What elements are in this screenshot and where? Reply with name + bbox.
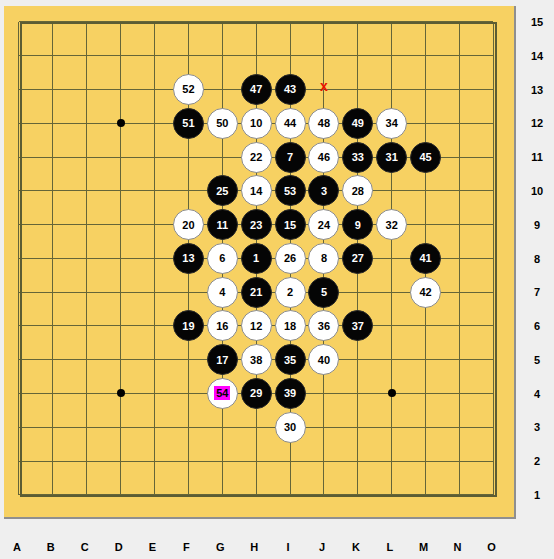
board-intersection-O6[interactable]: [476, 309, 510, 343]
grid-line-vertical: [120, 39, 121, 73]
board-intersection-B8[interactable]: [36, 241, 70, 275]
board-intersection-F11[interactable]: [171, 140, 205, 174]
board-intersection-I9[interactable]: 15: [273, 208, 307, 242]
board-intersection-N8[interactable]: [443, 241, 477, 275]
board-intersection-H11[interactable]: 22: [239, 140, 273, 174]
board-intersection-O5[interactable]: [476, 343, 510, 377]
board-intersection-B10[interactable]: [36, 174, 70, 208]
grid-line-vertical: [188, 174, 189, 208]
grid-line-horizontal: [19, 393, 36, 394]
board-intersection-H13[interactable]: 47: [239, 73, 273, 107]
board-intersection-B11[interactable]: [36, 140, 70, 174]
board-intersection-J13[interactable]: x: [307, 73, 341, 107]
grid-line-vertical: [120, 140, 121, 174]
grid-line-vertical: [52, 478, 53, 495]
board-intersection-J1[interactable]: [307, 478, 341, 512]
grid-line-vertical: [222, 73, 223, 107]
grid-line-vertical: [120, 22, 121, 39]
board-intersection-C11[interactable]: [70, 140, 104, 174]
board-intersection-C1[interactable]: [70, 478, 104, 512]
board-intersection-A7[interactable]: [2, 275, 36, 309]
board-intersection-C6[interactable]: [70, 309, 104, 343]
board-intersection-J10[interactable]: 3: [307, 174, 341, 208]
board-intersection-M8[interactable]: 41: [409, 241, 443, 275]
grid-line-vertical: [459, 140, 460, 174]
board-intersection-C2[interactable]: [70, 444, 104, 478]
col-label-B: B: [34, 537, 68, 557]
board-intersection-G12[interactable]: 50: [205, 106, 239, 140]
board-intersection-C3[interactable]: [70, 410, 104, 444]
board-intersection-O14[interactable]: [476, 39, 510, 73]
board-intersection-A2[interactable]: [2, 444, 36, 478]
black-stone-move-27: 27: [342, 243, 373, 274]
board-intersection-M3[interactable]: [409, 410, 443, 444]
board-intersection-G1[interactable]: [205, 478, 239, 512]
grid-line-vertical: [222, 410, 223, 444]
grid-line-horizontal: [19, 427, 36, 428]
black-stone-move-23: 23: [241, 209, 272, 240]
grid-line-vertical: [86, 343, 87, 377]
board-intersection-I12[interactable]: 44: [273, 106, 307, 140]
board-intersection-G13[interactable]: [205, 73, 239, 107]
board-intersection-K14[interactable]: [341, 39, 375, 73]
grid-line-vertical: [391, 410, 392, 444]
board-intersection-M9[interactable]: [409, 208, 443, 242]
board-intersection-C7[interactable]: [70, 275, 104, 309]
board-intersection-E1[interactable]: [138, 478, 172, 512]
grid-line-horizontal: [476, 21, 493, 22]
board-intersection-E10[interactable]: [138, 174, 172, 208]
board-intersection-F1[interactable]: [171, 478, 205, 512]
board-intersection-E4[interactable]: [138, 377, 172, 411]
board-intersection-F5[interactable]: [171, 343, 205, 377]
board-intersection-D8[interactable]: [104, 241, 138, 275]
white-stone-move-54: 54: [207, 378, 238, 409]
grid-line-vertical: [154, 39, 155, 73]
last-move-highlight: 54: [214, 386, 230, 400]
board-intersection-F12[interactable]: 51: [171, 106, 205, 140]
board-intersection-F8[interactable]: 13: [171, 241, 205, 275]
board-intersection-N10[interactable]: [443, 174, 477, 208]
board-intersection-D11[interactable]: [104, 140, 138, 174]
board-intersection-K7[interactable]: [341, 275, 375, 309]
row-label-9: 9: [521, 208, 553, 242]
board-intersection-G3[interactable]: [205, 410, 239, 444]
board-intersection-I13[interactable]: 43: [273, 73, 307, 107]
board-intersection-B9[interactable]: [36, 208, 70, 242]
board-intersection-D2[interactable]: [104, 444, 138, 478]
grid-line-vertical: [256, 39, 257, 73]
board-intersection-O9[interactable]: [476, 208, 510, 242]
board-intersection-I11[interactable]: 7: [273, 140, 307, 174]
board-intersection-K4[interactable]: [341, 377, 375, 411]
board-intersection-F2[interactable]: [171, 444, 205, 478]
grid-line-vertical: [323, 410, 324, 444]
grid-line-vertical: [323, 478, 324, 495]
black-stone-move-7: 7: [275, 142, 306, 173]
white-stone-move-40: 40: [308, 344, 339, 375]
board-intersection-D13[interactable]: [104, 73, 138, 107]
board-intersection-H15[interactable]: [239, 5, 273, 39]
board-intersection-E11[interactable]: [138, 140, 172, 174]
black-stone-move-41: 41: [410, 243, 441, 274]
board-intersection-E14[interactable]: [138, 39, 172, 73]
board-intersection-O10[interactable]: [476, 174, 510, 208]
board-intersection-K1[interactable]: [341, 478, 375, 512]
board-intersection-K3[interactable]: [341, 410, 375, 444]
board-intersection-E9[interactable]: [138, 208, 172, 242]
board-intersection-E8[interactable]: [138, 241, 172, 275]
board-intersection-N14[interactable]: [443, 39, 477, 73]
board-intersection-K6[interactable]: 37: [341, 309, 375, 343]
board-intersection-E5[interactable]: [138, 343, 172, 377]
board-intersection-L6[interactable]: [375, 309, 409, 343]
black-stone-move-37: 37: [342, 310, 373, 341]
board-intersection-J9[interactable]: 24: [307, 208, 341, 242]
board-intersection-H3[interactable]: [239, 410, 273, 444]
grid-line-vertical: [188, 444, 189, 478]
board-intersection-M2[interactable]: [409, 444, 443, 478]
board-intersection-N3[interactable]: [443, 410, 477, 444]
board-intersection-M7[interactable]: 42: [409, 275, 443, 309]
board-intersection-L5[interactable]: [375, 343, 409, 377]
grid-line-vertical: [459, 343, 460, 377]
board-intersection-A4[interactable]: [2, 377, 36, 411]
grid-line-vertical: [323, 39, 324, 73]
board-intersection-J5[interactable]: 40: [307, 343, 341, 377]
board-intersection-F9[interactable]: 20: [171, 208, 205, 242]
grid-line-vertical: [493, 174, 494, 208]
board-intersection-C13[interactable]: [70, 73, 104, 107]
board-intersection-K13[interactable]: [341, 73, 375, 107]
grid-line-vertical: [425, 343, 426, 377]
board-intersection-H14[interactable]: [239, 39, 273, 73]
col-label-F: F: [169, 537, 203, 557]
board-intersection-C4[interactable]: [70, 377, 104, 411]
board-intersection-A10[interactable]: [2, 174, 36, 208]
white-stone-move-4: 4: [207, 277, 238, 308]
board-intersection-L14[interactable]: [375, 39, 409, 73]
board-intersection-M11[interactable]: 45: [409, 140, 443, 174]
board-intersection-O11[interactable]: [476, 140, 510, 174]
board-intersection-N1[interactable]: [443, 478, 477, 512]
board-intersection-K5[interactable]: [341, 343, 375, 377]
board-intersection-N7[interactable]: [443, 275, 477, 309]
board-intersection-L3[interactable]: [375, 410, 409, 444]
white-stone-move-6: 6: [207, 243, 238, 274]
board-intersection-H2[interactable]: [239, 444, 273, 478]
board-intersection-E12[interactable]: [138, 106, 172, 140]
board-intersection-C12[interactable]: [70, 106, 104, 140]
board-intersection-N15[interactable]: [443, 5, 477, 39]
board-intersection-N13[interactable]: [443, 73, 477, 107]
board-intersection-D3[interactable]: [104, 410, 138, 444]
board-intersection-L15[interactable]: [375, 5, 409, 39]
board-intersection-B4[interactable]: [36, 377, 70, 411]
board-intersection-I7[interactable]: 2: [273, 275, 307, 309]
board-intersection-J8[interactable]: 8: [307, 241, 341, 275]
board-intersection-D1[interactable]: [104, 478, 138, 512]
board-intersection-D14[interactable]: [104, 39, 138, 73]
col-label-G: G: [203, 537, 237, 557]
board-intersection-F7[interactable]: [171, 275, 205, 309]
board-intersection-A6[interactable]: [2, 309, 36, 343]
row-coordinate-labels: 151413121110987654321: [521, 5, 553, 512]
board-intersection-B7[interactable]: [36, 275, 70, 309]
board-intersection-A14[interactable]: [2, 39, 36, 73]
grid-line-vertical: [188, 343, 189, 377]
board-intersection-J4[interactable]: [307, 377, 341, 411]
board-intersection-L9[interactable]: 32: [375, 208, 409, 242]
grid-line-vertical: [459, 39, 460, 73]
board-intersection-F3[interactable]: [171, 410, 205, 444]
grid-line-vertical: [52, 241, 53, 275]
board-intersection-I3[interactable]: 30: [273, 410, 307, 444]
board-intersection-F4[interactable]: [171, 377, 205, 411]
board-intersection-D10[interactable]: [104, 174, 138, 208]
board-intersection-L8[interactable]: [375, 241, 409, 275]
grid-line-vertical: [86, 140, 87, 174]
board-intersection-H5[interactable]: 38: [239, 343, 273, 377]
col-label-C: C: [68, 537, 102, 557]
board-intersection-D7[interactable]: [104, 275, 138, 309]
board-intersection-I15[interactable]: [273, 5, 307, 39]
board-intersection-F13[interactable]: 52: [171, 73, 205, 107]
board-intersection-K12[interactable]: 49: [341, 106, 375, 140]
col-label-L: L: [373, 537, 407, 557]
board-intersection-L12[interactable]: 34: [375, 106, 409, 140]
board-intersection-O15[interactable]: [476, 5, 510, 39]
black-stone-move-29: 29: [241, 378, 272, 409]
board-intersection-G14[interactable]: [205, 39, 239, 73]
board-intersection-I4[interactable]: 39: [273, 377, 307, 411]
board-intersection-B3[interactable]: [36, 410, 70, 444]
board-intersection-N5[interactable]: [443, 343, 477, 377]
board-intersection-L7[interactable]: [375, 275, 409, 309]
board-intersection-F10[interactable]: [171, 174, 205, 208]
board-intersection-N6[interactable]: [443, 309, 477, 343]
white-stone-move-16: 16: [207, 310, 238, 341]
board-intersection-G6[interactable]: 16: [205, 309, 239, 343]
grid-line-horizontal: [19, 258, 36, 259]
board-intersection-L2[interactable]: [375, 444, 409, 478]
board-intersection-G4[interactable]: 54: [205, 377, 239, 411]
board-intersection-A12[interactable]: [2, 106, 36, 140]
board-intersection-C8[interactable]: [70, 241, 104, 275]
board-intersection-B14[interactable]: [36, 39, 70, 73]
board-intersection-M14[interactable]: [409, 39, 443, 73]
grid-line-vertical: [18, 241, 19, 275]
grid-line-vertical: [425, 444, 426, 478]
board-intersection-O13[interactable]: [476, 73, 510, 107]
grid-line-vertical: [425, 309, 426, 343]
board-intersection-O2[interactable]: [476, 444, 510, 478]
board-intersection-E3[interactable]: [138, 410, 172, 444]
black-stone-move-15: 15: [275, 209, 306, 240]
board-intersection-I1[interactable]: [273, 478, 307, 512]
board-intersection-N12[interactable]: [443, 106, 477, 140]
board-intersection-K9[interactable]: 9: [341, 208, 375, 242]
board-intersection-B1[interactable]: [36, 478, 70, 512]
grid-line-vertical: [222, 478, 223, 495]
board-intersection-K10[interactable]: 28: [341, 174, 375, 208]
col-label-D: D: [102, 537, 136, 557]
board-intersection-L1[interactable]: [375, 478, 409, 512]
board-intersection-C5[interactable]: [70, 343, 104, 377]
grid-line-vertical: [459, 444, 460, 478]
board-intersection-B12[interactable]: [36, 106, 70, 140]
board-intersection-J15[interactable]: [307, 5, 341, 39]
board-intersection-J6[interactable]: 36: [307, 309, 341, 343]
board-intersection-D15[interactable]: [104, 5, 138, 39]
board-intersection-G5[interactable]: 17: [205, 343, 239, 377]
board-intersection-O7[interactable]: [476, 275, 510, 309]
board-intersection-H8[interactable]: 1: [239, 241, 273, 275]
grid-line-vertical: [154, 410, 155, 444]
game-window: 524743x515010444849342274633314525145332…: [0, 0, 554, 559]
grid-line-vertical: [86, 410, 87, 444]
board-intersection-M12[interactable]: [409, 106, 443, 140]
board-intersection-K11[interactable]: 33: [341, 140, 375, 174]
board-intersection-J2[interactable]: [307, 444, 341, 478]
black-stone-move-47: 47: [241, 74, 272, 105]
grid-line-vertical: [493, 275, 494, 309]
board-intersection-N11[interactable]: [443, 140, 477, 174]
board-intersection-L10[interactable]: [375, 174, 409, 208]
grid-line-vertical: [154, 241, 155, 275]
board-intersection-M10[interactable]: [409, 174, 443, 208]
board-intersection-A3[interactable]: [2, 410, 36, 444]
board-intersection-G15[interactable]: [205, 5, 239, 39]
board-intersection-C15[interactable]: [70, 5, 104, 39]
grid-line-vertical: [425, 39, 426, 73]
board-intersection-K2[interactable]: [341, 444, 375, 478]
grid-line-vertical: [18, 73, 19, 107]
grid-line-vertical: [154, 106, 155, 140]
board-intersection-A9[interactable]: [2, 208, 36, 242]
board-intersection-G10[interactable]: 25: [205, 174, 239, 208]
board-intersection-G8[interactable]: 6: [205, 241, 239, 275]
board-intersection-N2[interactable]: [443, 444, 477, 478]
board-intersection-M5[interactable]: [409, 343, 443, 377]
board-intersection-G7[interactable]: 4: [205, 275, 239, 309]
board-intersection-F6[interactable]: 19: [171, 309, 205, 343]
board-intersection-J3[interactable]: [307, 410, 341, 444]
grid-line-vertical: [52, 106, 53, 140]
board-intersection-M6[interactable]: [409, 309, 443, 343]
grid-line-vertical: [323, 22, 324, 39]
white-stone-move-30: 30: [275, 412, 306, 443]
board-intersection-C14[interactable]: [70, 39, 104, 73]
board-intersection-L13[interactable]: [375, 73, 409, 107]
board-intersection-H12[interactable]: 10: [239, 106, 273, 140]
grid-line-vertical: [493, 444, 494, 478]
board-intersection-C9[interactable]: [70, 208, 104, 242]
board-intersection-H6[interactable]: 12: [239, 309, 273, 343]
board-intersection-F14[interactable]: [171, 39, 205, 73]
grid-line-vertical: [256, 444, 257, 478]
board-intersection-A8[interactable]: [2, 241, 36, 275]
board-intersection-A11[interactable]: [2, 140, 36, 174]
board-intersection-G11[interactable]: [205, 140, 239, 174]
board-intersection-M15[interactable]: [409, 5, 443, 39]
board-intersection-B15[interactable]: [36, 5, 70, 39]
board-intersection-I6[interactable]: 18: [273, 309, 307, 343]
grid-line-vertical: [120, 208, 121, 242]
board-intersection-J7[interactable]: 5: [307, 275, 341, 309]
row-label-2: 2: [521, 444, 553, 478]
board-intersection-G2[interactable]: [205, 444, 239, 478]
board-intersection-B6[interactable]: [36, 309, 70, 343]
grid-line-horizontal: [476, 325, 493, 326]
board-intersection-D6[interactable]: [104, 309, 138, 343]
grid-line-vertical: [154, 140, 155, 174]
board-intersection-I2[interactable]: [273, 444, 307, 478]
board-intersection-H1[interactable]: [239, 478, 273, 512]
board-intersection-J12[interactable]: 48: [307, 106, 341, 140]
board-intersection-J14[interactable]: [307, 39, 341, 73]
board-intersection-E13[interactable]: [138, 73, 172, 107]
board-intersection-N9[interactable]: [443, 208, 477, 242]
board-intersection-H10[interactable]: 14: [239, 174, 273, 208]
board-intersection-M13[interactable]: [409, 73, 443, 107]
board-intersection-A13[interactable]: [2, 73, 36, 107]
board-intersection-E2[interactable]: [138, 444, 172, 478]
board-intersection-K8[interactable]: 27: [341, 241, 375, 275]
board-intersection-A5[interactable]: [2, 343, 36, 377]
board-intersection-O4[interactable]: [476, 377, 510, 411]
board-intersection-E15[interactable]: [138, 5, 172, 39]
board-intersection-E7[interactable]: [138, 275, 172, 309]
board-intersection-G9[interactable]: 11: [205, 208, 239, 242]
board-intersection-M4[interactable]: [409, 377, 443, 411]
board-intersection-A15[interactable]: [2, 5, 36, 39]
board-intersection-H4[interactable]: 29: [239, 377, 273, 411]
board-intersection-E6[interactable]: [138, 309, 172, 343]
board-intersection-B2[interactable]: [36, 444, 70, 478]
board-intersection-H7[interactable]: 21: [239, 275, 273, 309]
grid-line-vertical: [222, 140, 223, 174]
board-intersection-O1[interactable]: [476, 478, 510, 512]
board-intersection-I14[interactable]: [273, 39, 307, 73]
board-intersection-O3[interactable]: [476, 410, 510, 444]
grid-line-vertical: [154, 208, 155, 242]
board-intersection-L4[interactable]: [375, 377, 409, 411]
board-intersection-M1[interactable]: [409, 478, 443, 512]
board-intersection-B13[interactable]: [36, 73, 70, 107]
board-intersection-D5[interactable]: [104, 343, 138, 377]
board-intersection-B5[interactable]: [36, 343, 70, 377]
grid-line-vertical: [357, 73, 358, 107]
board-intersection-D12[interactable]: [104, 106, 138, 140]
white-stone-move-50: 50: [207, 108, 238, 139]
board-intersection-O12[interactable]: [476, 106, 510, 140]
board-intersection-I5[interactable]: 35: [273, 343, 307, 377]
board-intersection-C10[interactable]: [70, 174, 104, 208]
board-intersection-H9[interactable]: 23: [239, 208, 273, 242]
board-intersection-D4[interactable]: [104, 377, 138, 411]
board-intersection-O8[interactable]: [476, 241, 510, 275]
board-intersection-A1[interactable]: [2, 478, 36, 512]
board-intersection-D9[interactable]: [104, 208, 138, 242]
board-intersection-I8[interactable]: 26: [273, 241, 307, 275]
board-intersection-J11[interactable]: 46: [307, 140, 341, 174]
board-intersection-F15[interactable]: [171, 5, 205, 39]
board-intersection-K15[interactable]: [341, 5, 375, 39]
board-intersection-L11[interactable]: 31: [375, 140, 409, 174]
board-intersection-N4[interactable]: [443, 377, 477, 411]
board-intersection-I10[interactable]: 53: [273, 174, 307, 208]
